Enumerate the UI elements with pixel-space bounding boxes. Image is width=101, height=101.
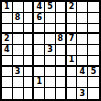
cell-r2c8[interactable] [77,13,88,24]
cell-r2c2[interactable]: 8 [13,13,24,24]
cell-r3c8[interactable] [77,24,88,35]
cell-r5c6[interactable] [56,45,67,56]
cell-r5c3[interactable] [24,45,35,56]
cell-r1c6[interactable] [56,2,67,13]
cell-r2c1[interactable] [2,13,13,24]
cell-r4c3[interactable] [24,34,35,45]
cell-r9c4[interactable] [34,88,45,99]
cell-r9c8[interactable]: 3 [77,88,88,99]
cell-r7c3[interactable] [24,67,35,78]
cell-r3c6[interactable] [56,24,67,35]
cell-r7c5[interactable] [45,67,56,78]
cell-r3c5[interactable] [45,24,56,35]
cell-r9c6[interactable] [56,88,67,99]
cell-r4c4[interactable] [34,34,45,45]
cell-r2c4[interactable]: 6 [34,13,45,24]
cell-r1c7[interactable]: 2 [67,2,78,13]
cell-r6c9[interactable] [88,56,99,67]
cell-r7c2[interactable]: 3 [13,67,24,78]
cell-r6c2[interactable] [13,56,24,67]
cell-r3c3[interactable] [24,24,35,35]
cell-r7c8[interactable]: 4 [77,67,88,78]
cell-r3c4[interactable] [34,24,45,35]
cell-r3c2[interactable] [13,24,24,35]
cell-r7c9[interactable]: 5 [88,67,99,78]
cell-r8c8[interactable] [77,77,88,88]
cell-r3c7[interactable] [67,24,78,35]
cell-r1c3[interactable] [24,2,35,13]
cell-r8c2[interactable] [13,77,24,88]
cell-r9c9[interactable] [88,88,99,99]
cell-r1c9[interactable] [88,2,99,13]
cell-r5c2[interactable] [13,45,24,56]
cell-r1c1[interactable]: 1 [2,2,13,13]
cell-r4c2[interactable] [13,34,24,45]
cell-r6c5[interactable] [45,56,56,67]
cell-r5c5[interactable]: 3 [45,45,56,56]
cell-r9c7[interactable] [67,88,78,99]
cell-r7c4[interactable] [34,67,45,78]
cell-r9c5[interactable] [45,88,56,99]
cell-r7c7[interactable] [67,67,78,78]
cell-r2c7[interactable] [67,13,78,24]
cell-r3c1[interactable] [2,24,13,35]
cell-r1c5[interactable]: 5 [45,2,56,13]
cell-r6c7[interactable]: 1 [67,56,78,67]
cell-r4c9[interactable] [88,34,99,45]
cell-r9c1[interactable] [2,88,13,99]
cell-r5c1[interactable]: 4 [2,45,13,56]
cell-r1c8[interactable] [77,2,88,13]
cell-r4c7[interactable]: 7 [67,34,78,45]
cell-r4c6[interactable]: 8 [56,34,67,45]
cell-r2c3[interactable] [24,13,35,24]
cell-r8c4[interactable]: 1 [34,77,45,88]
cell-r6c4[interactable] [34,56,45,67]
cell-r6c8[interactable] [77,56,88,67]
sudoku-board: 14528628743134513 [0,0,101,101]
cell-r5c9[interactable] [88,45,99,56]
cell-r8c7[interactable] [67,77,78,88]
cell-r6c6[interactable] [56,56,67,67]
cell-r8c1[interactable] [2,77,13,88]
cell-r5c4[interactable] [34,45,45,56]
cell-r6c3[interactable] [24,56,35,67]
cell-r8c3[interactable] [24,77,35,88]
cell-r7c6[interactable] [56,67,67,78]
cell-r4c1[interactable]: 2 [2,34,13,45]
cell-r2c9[interactable] [88,13,99,24]
cell-r8c6[interactable] [56,77,67,88]
cell-r1c4[interactable]: 4 [34,2,45,13]
cell-r7c1[interactable] [2,67,13,78]
cell-r8c5[interactable] [45,77,56,88]
cell-r3c9[interactable] [88,24,99,35]
cell-r2c6[interactable] [56,13,67,24]
cell-r4c8[interactable] [77,34,88,45]
cell-r5c7[interactable] [67,45,78,56]
cell-r9c2[interactable] [13,88,24,99]
cell-r1c2[interactable] [13,2,24,13]
cell-r6c1[interactable] [2,56,13,67]
cell-r9c3[interactable] [24,88,35,99]
cell-r4c5[interactable] [45,34,56,45]
cell-r2c5[interactable] [45,13,56,24]
cell-r5c8[interactable] [77,45,88,56]
cell-r8c9[interactable] [88,77,99,88]
